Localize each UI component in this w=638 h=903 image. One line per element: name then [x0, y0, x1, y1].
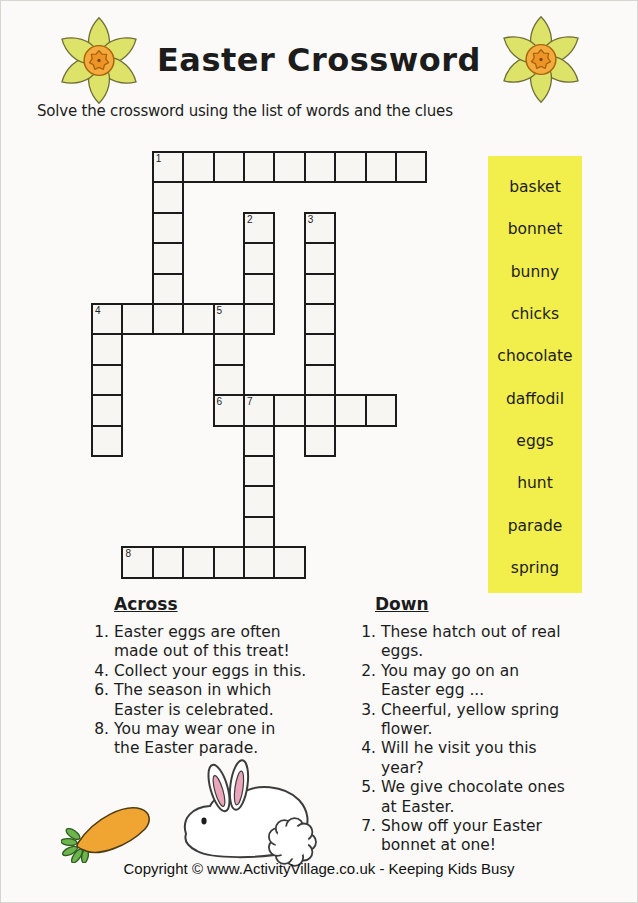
- word-list-item: parade: [508, 517, 563, 535]
- clue: 4.Collect your eggs in this.: [89, 662, 339, 681]
- footer-copyright: Copyright © www.ActivityVillage.co.uk - …: [1, 860, 637, 877]
- clue-number: 1.: [89, 623, 109, 662]
- grid-cell[interactable]: [304, 394, 336, 426]
- grid-cell[interactable]: [243, 303, 275, 335]
- grid-cell[interactable]: [304, 333, 336, 365]
- grid-cell[interactable]: [304, 242, 336, 274]
- grid-cell[interactable]: [213, 333, 245, 365]
- clue-number: 4.: [356, 739, 376, 778]
- grid-cell-number: 7: [247, 397, 253, 407]
- grid-cell[interactable]: [273, 151, 305, 183]
- grid-cell[interactable]: [243, 425, 275, 457]
- grid-cell[interactable]: [243, 455, 275, 487]
- clue: 7.Show off your Easter bonnet at one!: [356, 817, 616, 856]
- word-list-item: chocolate: [497, 347, 572, 365]
- clue-number: 7.: [356, 817, 376, 856]
- grid-cell[interactable]: [273, 394, 305, 426]
- clue-text: We give chocolate ones at Easter.: [381, 778, 565, 817]
- clue: 3.Cheerful, yellow spring flower.: [356, 701, 616, 740]
- word-list-item: chicks: [511, 305, 559, 323]
- grid-cell[interactable]: [152, 212, 184, 244]
- grid-cell[interactable]: [91, 394, 123, 426]
- clue: 4.Will he visit you this year?: [356, 739, 616, 778]
- word-list-item: hunt: [517, 474, 553, 492]
- grid-cell[interactable]: [213, 546, 245, 578]
- grid-cell[interactable]: [152, 273, 184, 305]
- grid-cell[interactable]: [243, 151, 275, 183]
- carrot-icon: [61, 801, 153, 863]
- clue-number: 5.: [356, 778, 376, 817]
- clue-number: 3.: [356, 701, 376, 740]
- page-title: Easter Crossword: [1, 41, 637, 79]
- clue-text: Cheerful, yellow spring flower.: [381, 701, 559, 740]
- grid-cell[interactable]: [304, 364, 336, 396]
- word-list-item: spring: [511, 559, 559, 577]
- clue: 1.Easter eggs are often made out of this…: [89, 623, 339, 662]
- worksheet-page: Easter Crossword Solve the crossword usi…: [0, 0, 638, 903]
- clue-text: You may go on an Easter egg ...: [381, 662, 519, 701]
- crossword-grid: 12345678: [91, 151, 459, 581]
- grid-cell[interactable]: [91, 333, 123, 365]
- clues-across-section: Across 1.Easter eggs are often made out …: [89, 594, 339, 759]
- grid-cell-number: 6: [217, 397, 223, 407]
- grid-cell-number: 8: [125, 549, 131, 559]
- word-list: basketbonnetbunnychickschocolatedaffodil…: [488, 156, 582, 593]
- word-list-item: eggs: [516, 432, 553, 450]
- grid-cell-number: 3: [308, 215, 314, 225]
- clue-number: 1.: [356, 623, 376, 662]
- grid-cell[interactable]: [273, 546, 305, 578]
- grid-cell[interactable]: [243, 242, 275, 274]
- grid-cell[interactable]: [182, 303, 214, 335]
- grid-cell[interactable]: [243, 546, 275, 578]
- clue-number: 4.: [89, 662, 109, 681]
- clue-text: Collect your eggs in this.: [114, 662, 306, 681]
- grid-cell[interactable]: [304, 151, 336, 183]
- across-clue-list: 1.Easter eggs are often made out of this…: [89, 623, 339, 759]
- clue: 6.The season in which Easter is celebrat…: [89, 681, 339, 720]
- clue: 8.You may wear one in the Easter parade.: [89, 720, 339, 759]
- clue-text: Show off your Easter bonnet at one!: [381, 817, 542, 856]
- clue-number: 8.: [89, 720, 109, 759]
- clues-down-section: Down 1.These hatch out of real eggs.2.Yo…: [356, 594, 616, 856]
- grid-cell[interactable]: [152, 303, 184, 335]
- clue-number: 2.: [356, 662, 376, 701]
- grid-cell[interactable]: [243, 273, 275, 305]
- word-list-item: bonnet: [508, 220, 563, 238]
- grid-cell[interactable]: [395, 151, 427, 183]
- grid-cell-number: 5: [217, 306, 223, 316]
- down-heading: Down: [375, 594, 616, 614]
- down-clue-list: 1.These hatch out of real eggs.2.You may…: [356, 623, 616, 856]
- clue-text: You may wear one in the Easter parade.: [114, 720, 275, 759]
- word-list-item: bunny: [511, 263, 559, 281]
- grid-cell[interactable]: [243, 485, 275, 517]
- page-subtitle: Solve the crossword using the list of wo…: [37, 102, 453, 120]
- grid-cell[interactable]: [213, 364, 245, 396]
- across-heading: Across: [114, 594, 339, 614]
- grid-cell-number: 2: [247, 215, 253, 225]
- word-list-item: daffodil: [506, 390, 564, 408]
- grid-cell[interactable]: [304, 273, 336, 305]
- grid-cell[interactable]: [365, 151, 397, 183]
- grid-cell[interactable]: [334, 394, 366, 426]
- grid-cell[interactable]: [152, 181, 184, 213]
- clue-text: Will he visit you this year?: [381, 739, 537, 778]
- grid-cell[interactable]: [334, 151, 366, 183]
- clue-text: Easter eggs are often made out of this t…: [114, 623, 290, 662]
- grid-cell[interactable]: [365, 394, 397, 426]
- grid-cell[interactable]: [213, 151, 245, 183]
- word-list-item: basket: [509, 178, 560, 196]
- clue-text: These hatch out of real eggs.: [381, 623, 561, 662]
- grid-cell[interactable]: [182, 546, 214, 578]
- grid-cell[interactable]: [243, 516, 275, 548]
- grid-cell[interactable]: [182, 151, 214, 183]
- grid-cell[interactable]: [152, 242, 184, 274]
- clue-number: 6.: [89, 681, 109, 720]
- grid-cell-number: 1: [156, 154, 162, 164]
- clue: 2.You may go on an Easter egg ...: [356, 662, 616, 701]
- grid-cell[interactable]: [91, 364, 123, 396]
- clue: 1.These hatch out of real eggs.: [356, 623, 616, 662]
- grid-cell[interactable]: [304, 303, 336, 335]
- grid-cell[interactable]: [152, 546, 184, 578]
- grid-cell[interactable]: [91, 425, 123, 457]
- grid-cell[interactable]: [304, 425, 336, 457]
- grid-cell-number: 4: [95, 306, 101, 316]
- clue-text: The season in which Easter is celebrated…: [114, 681, 274, 720]
- grid-cell[interactable]: [121, 303, 153, 335]
- bunny-icon: [173, 758, 323, 868]
- clue: 5.We give chocolate ones at Easter.: [356, 778, 616, 817]
